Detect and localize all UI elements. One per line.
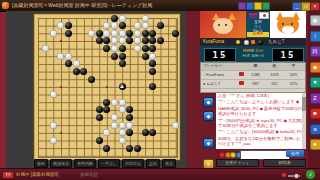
stone-white xyxy=(111,30,118,37)
stone-black xyxy=(96,30,103,37)
table-player-name: ○ KuraFuma xyxy=(201,71,237,79)
table-header xyxy=(237,63,246,70)
star-icon[interactable]: ★ xyxy=(310,77,320,88)
title-tool-icon[interactable] xyxy=(262,2,270,10)
board-button-形勢判断[interactable]: 形勢判断 xyxy=(74,159,96,168)
doc-icon[interactable]: ≡ xyxy=(310,124,320,135)
connection-status: 接続良好 xyxy=(80,172,98,177)
vs-icon xyxy=(251,40,255,44)
white-player-avatar[interactable] xyxy=(200,11,246,38)
stone-white xyxy=(119,30,126,37)
stone-black xyxy=(142,30,149,37)
board-button-row: 新規棋譜保存形勢判断一手戻し対局申込設定退室 xyxy=(34,159,184,168)
black-clock: 15 xyxy=(272,48,304,62)
chat-input-row: 送信 xyxy=(216,149,306,158)
table-header: 敗 xyxy=(265,63,284,70)
capture-icon[interactable]: ◉ xyxy=(310,15,320,26)
match-status-badge: 対局中 xyxy=(247,32,269,37)
japan-flag-icon xyxy=(259,12,269,19)
player-info-table: プレーヤー勝敗率○ KuraFuma1286107354%● もみじ798791… xyxy=(200,62,306,93)
tab-全体チャット[interactable]: 全体チャット xyxy=(216,159,259,167)
star-point xyxy=(60,40,62,42)
board-button-設定[interactable]: 設定 xyxy=(146,159,160,168)
table-losses: 912 xyxy=(265,80,284,88)
info-icon[interactable]: i xyxy=(310,31,320,42)
white-player-name: KuraFuma xyxy=(203,38,224,46)
stone-white xyxy=(119,122,126,129)
coin-icon xyxy=(236,40,240,44)
stone-black xyxy=(119,22,126,29)
board-button-棋譜保存[interactable]: 棋譜保存 xyxy=(50,159,72,168)
chat-scrollbar-thumb[interactable] xyxy=(302,97,306,111)
stone-white xyxy=(88,30,95,37)
star-point xyxy=(106,86,108,88)
stone-white xyxy=(119,15,126,22)
rank-badge xyxy=(239,81,244,85)
table-header: 率 xyxy=(284,63,303,70)
menu-icon[interactable]: 目 xyxy=(310,46,320,57)
status-bar: TY 対局中 [高級対局室II] 接続良好 ♪ xyxy=(0,168,320,180)
gift-icon[interactable]: ■ xyxy=(310,108,320,119)
table-player-name: ● もみじ7 xyxy=(201,80,237,88)
go-board[interactable] xyxy=(33,13,181,161)
white-flag-icon xyxy=(248,12,258,19)
speaker-icon[interactable]: ♪ xyxy=(306,170,315,179)
board-button-新規[interactable]: 新規 xyxy=(34,159,48,168)
stone-white xyxy=(134,30,141,37)
star-point xyxy=(60,86,62,88)
title-tool-icon[interactable] xyxy=(246,2,254,10)
stone-black xyxy=(73,68,80,75)
stone-white xyxy=(172,122,179,129)
record-dot-icon xyxy=(282,173,286,177)
table-badge-cell xyxy=(237,71,246,79)
stone-black xyxy=(111,53,118,60)
game-info-panel: 互先 コミ 6目半 対局中 KuraFuma もみじ7 15 持時間 xyxy=(186,11,308,168)
stone-black xyxy=(65,30,72,37)
chat-log[interactable]: 入室 : *** さん (観戦 128名)*** : こんにちは。よろしくお願い… xyxy=(216,93,306,149)
stone-white xyxy=(111,122,118,129)
table-losses: 1073 xyxy=(265,71,284,79)
stone-white xyxy=(50,137,57,144)
gem-icon[interactable]: ◆ xyxy=(310,62,320,73)
star-point xyxy=(60,132,62,134)
stone-white xyxy=(111,99,118,106)
chat-scrollbar[interactable] xyxy=(302,93,306,149)
table-rate: 54% xyxy=(284,71,303,79)
tab-観戦者[interactable]: 観戦者 xyxy=(263,159,306,167)
zoom-icon[interactable]: Z xyxy=(310,93,320,104)
stone-white xyxy=(142,22,149,29)
coin-icon[interactable]: ● xyxy=(310,139,320,150)
stone-white xyxy=(119,137,126,144)
chat-tabs: 全体チャット観戦者 xyxy=(216,159,306,167)
item-gem-icon[interactable]: ◆ xyxy=(203,111,214,121)
time-settings: 持時間 15分 秒読 30秒×3 xyxy=(236,48,270,58)
board-panel: 新規棋譜保存形勢判断一手戻し対局申込設定退室 xyxy=(6,11,187,168)
title-tool-icon[interactable] xyxy=(238,2,246,10)
stone-black xyxy=(119,53,126,60)
table-header-row: プレーヤー勝敗率 xyxy=(201,63,305,71)
item-gem-icon[interactable]: ◆ xyxy=(203,97,214,107)
title-tool-icon[interactable] xyxy=(254,2,262,10)
stone-black xyxy=(142,53,149,60)
last-move-marker xyxy=(120,85,124,88)
stone-white xyxy=(119,99,126,106)
white-clock: 15 xyxy=(204,48,236,62)
player-name-bar: KuraFuma もみじ7 xyxy=(200,38,306,46)
app-logo-icon xyxy=(2,2,9,9)
timer-row: 15 持時間 15分 秒読 30秒×3 15 xyxy=(200,46,306,62)
rank-badge xyxy=(239,72,244,76)
fox-muzzle xyxy=(282,26,294,34)
table-wins: 1286 xyxy=(246,71,265,79)
match-info-panel: 互先 コミ 6目半 対局中 xyxy=(246,11,270,38)
stone-black xyxy=(142,45,149,52)
status-text: 対局中 [高級対局室II] xyxy=(16,172,58,177)
table-row[interactable]: ○ KuraFuma1286107354% xyxy=(201,71,305,80)
chat-message: GAME保証_3000_PC ◆ 新規登録で30回分の保証が受けられます xyxy=(216,106,306,118)
stone-black xyxy=(134,145,141,152)
stone-white xyxy=(50,91,57,98)
table-header: プレーヤー xyxy=(201,63,237,70)
board-button-対局申込[interactable]: 対局申込 xyxy=(122,159,144,168)
stone-black xyxy=(88,76,95,83)
go-client-window: [高級対局室II] > Web対局室 対局中 研究(0) - レーティング対局 … xyxy=(0,0,320,180)
stone-black xyxy=(119,45,126,52)
white-stone-icon xyxy=(244,40,249,45)
volume-slider[interactable] xyxy=(288,175,300,177)
board-button-退室[interactable]: 退室 xyxy=(162,159,176,168)
table-header: 勝 xyxy=(246,63,265,70)
server-badge: TY xyxy=(3,172,13,178)
table-badge-cell xyxy=(237,80,246,88)
table-row[interactable]: ● もみじ798791252% xyxy=(201,80,305,89)
chat-message: *** : [3000円分保証] ★ eyes30_PC ◆ 大広間にて30回分… xyxy=(216,118,306,130)
board-button-一手戻し[interactable]: 一手戻し xyxy=(98,159,120,168)
black-player-avatar[interactable] xyxy=(270,11,306,38)
close-button[interactable]: × xyxy=(310,2,320,11)
black-player-name: もみじ7 xyxy=(268,38,284,46)
send-button[interactable]: 送信 xyxy=(286,150,304,157)
stone-black xyxy=(172,30,179,37)
byoyomi-label: 秒読 30秒×3 xyxy=(236,53,270,58)
stone-white xyxy=(50,122,57,129)
stone-black xyxy=(96,137,103,144)
stone-white xyxy=(50,30,57,37)
stone-white xyxy=(142,15,149,22)
black-stone-icon xyxy=(258,40,263,45)
item-gem-icon[interactable]: ◆ xyxy=(203,138,214,148)
table-rate: 52% xyxy=(284,80,303,88)
table-wins: 987 xyxy=(246,80,265,88)
stone-black xyxy=(111,15,118,22)
window-title: [高級対局室II] > Web対局室 対局中 研究(0) - レーティング対局 xyxy=(12,2,152,8)
cat-avatar-image xyxy=(213,18,233,34)
stone-white xyxy=(65,53,72,60)
side-toolbar: ◉i目◆★Z■≡● xyxy=(308,11,320,168)
chat-message: 30回分、お好きな1回分を無料でご利用いただけます ***_aaa xyxy=(216,136,306,148)
stone-black xyxy=(96,114,103,121)
